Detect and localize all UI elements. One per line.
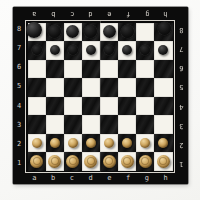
square-c3[interactable] [64, 115, 82, 134]
file-label: f [119, 173, 138, 184]
file-label: g [138, 7, 157, 20]
rank-label: 1 [13, 154, 25, 173]
square-a2[interactable] [28, 134, 46, 153]
piece-white-knight[interactable] [48, 155, 61, 168]
file-label: c [63, 173, 82, 184]
file-label: h [156, 173, 175, 184]
piece-black-pawn[interactable] [140, 45, 150, 55]
square-a8[interactable] [28, 23, 46, 42]
square-a1[interactable] [28, 152, 46, 171]
square-d4[interactable] [82, 97, 100, 116]
square-c5[interactable] [64, 78, 82, 97]
square-f3[interactable] [118, 115, 136, 134]
piece-black-pawn[interactable] [32, 45, 42, 55]
piece-white-bishop[interactable] [66, 155, 79, 168]
rank-label: 7 [175, 39, 188, 58]
file-label: b [44, 173, 63, 184]
file-label: g [138, 173, 157, 184]
square-h6[interactable] [154, 60, 172, 79]
square-d2[interactable] [82, 134, 100, 153]
piece-white-pawn[interactable] [86, 138, 96, 148]
file-label: d [81, 7, 100, 20]
piece-white-pawn[interactable] [104, 138, 114, 148]
square-a7[interactable] [28, 41, 46, 60]
rank-labels-right: 87654321 [175, 20, 188, 173]
piece-white-rook[interactable] [157, 155, 170, 168]
piece-black-pawn[interactable] [122, 45, 132, 55]
piece-black-pawn[interactable] [158, 45, 168, 55]
file-label: f [119, 7, 138, 20]
square-g7[interactable] [136, 41, 154, 60]
rank-label: 1 [175, 154, 188, 173]
piece-white-knight[interactable] [139, 155, 152, 168]
piece-white-pawn[interactable] [68, 138, 78, 148]
piece-white-rook[interactable] [30, 155, 43, 168]
square-e3[interactable] [100, 115, 118, 134]
square-e8[interactable] [100, 23, 118, 42]
square-f1[interactable] [118, 152, 136, 171]
square-c6[interactable] [64, 60, 82, 79]
rank-label: 2 [13, 135, 25, 154]
square-d1[interactable] [82, 152, 100, 171]
rank-label: 5 [13, 77, 25, 96]
file-label: e [100, 7, 119, 20]
rank-label: 7 [13, 39, 25, 58]
rank-label: 2 [175, 135, 188, 154]
square-g4[interactable] [136, 97, 154, 116]
board-grid [28, 23, 173, 171]
square-b8[interactable] [46, 23, 64, 42]
square-b6[interactable] [46, 60, 64, 79]
file-labels-top: abcdefgh [25, 7, 175, 20]
piece-white-pawn[interactable] [32, 138, 42, 148]
file-label: b [44, 7, 63, 20]
piece-white-pawn[interactable] [140, 138, 150, 148]
square-b3[interactable] [46, 115, 64, 134]
file-label: a [25, 7, 44, 20]
square-h7[interactable] [154, 41, 172, 60]
piece-black-pawn[interactable] [50, 45, 60, 55]
piece-white-queen[interactable] [84, 155, 97, 168]
square-c4[interactable] [64, 97, 82, 116]
square-b4[interactable] [46, 97, 64, 116]
rank-label: 8 [13, 20, 25, 39]
square-c2[interactable] [64, 134, 82, 153]
rank-label: 5 [175, 77, 188, 96]
square-d7[interactable] [82, 41, 100, 60]
piece-white-bishop[interactable] [121, 155, 134, 168]
piece-black-bishop[interactable] [66, 25, 79, 38]
square-f5[interactable] [118, 78, 136, 97]
square-d3[interactable] [82, 115, 100, 134]
rank-label: 6 [13, 58, 25, 77]
square-c7[interactable] [64, 41, 82, 60]
square-g2[interactable] [136, 134, 154, 153]
rank-label: 3 [175, 116, 188, 135]
piece-white-pawn[interactable] [158, 138, 168, 148]
square-h5[interactable] [154, 78, 172, 97]
rank-label: 6 [175, 58, 188, 77]
square-h8[interactable] [154, 23, 172, 42]
square-g1[interactable] [136, 152, 154, 171]
square-a4[interactable] [28, 97, 46, 116]
square-f4[interactable] [118, 97, 136, 116]
square-e6[interactable] [100, 60, 118, 79]
piece-white-pawn[interactable] [122, 138, 132, 148]
piece-black-pawn[interactable] [104, 45, 114, 55]
piece-black-bishop[interactable] [121, 25, 134, 38]
file-labels-bottom: abcdefgh [25, 173, 175, 184]
square-f6[interactable] [118, 60, 136, 79]
board-playfield [25, 20, 175, 173]
square-e7[interactable] [100, 41, 118, 60]
square-c8[interactable] [64, 23, 82, 42]
square-e5[interactable] [100, 78, 118, 97]
file-label: e [100, 173, 119, 184]
square-a3[interactable] [28, 115, 46, 134]
square-g3[interactable] [136, 115, 154, 134]
photo-background: abcdefgh 87654321 87654321 abcdefgh [0, 0, 200, 200]
file-label: c [63, 7, 82, 20]
square-d5[interactable] [82, 78, 100, 97]
piece-black-knight[interactable] [48, 25, 61, 38]
piece-white-king[interactable] [103, 155, 116, 168]
piece-black-king[interactable] [103, 25, 116, 38]
square-f2[interactable] [118, 134, 136, 153]
square-a6[interactable] [28, 60, 46, 79]
piece-black-rook[interactable] [158, 22, 171, 35]
square-g6[interactable] [136, 60, 154, 79]
square-g5[interactable] [136, 78, 154, 97]
file-label: h [156, 7, 175, 20]
square-d6[interactable] [82, 60, 100, 79]
square-b2[interactable] [46, 134, 64, 153]
square-h4[interactable] [154, 97, 172, 116]
square-b5[interactable] [46, 78, 64, 97]
square-e2[interactable] [100, 134, 118, 153]
piece-black-rook[interactable] [26, 22, 42, 38]
square-e1[interactable] [100, 152, 118, 171]
square-f7[interactable] [118, 41, 136, 60]
square-b7[interactable] [46, 41, 64, 60]
rank-label: 3 [13, 116, 25, 135]
square-h3[interactable] [154, 115, 172, 134]
square-f8[interactable] [118, 23, 136, 42]
piece-black-pawn[interactable] [68, 45, 78, 55]
file-label: a [25, 173, 44, 184]
rank-label: 4 [13, 97, 25, 116]
square-g8[interactable] [136, 23, 154, 42]
square-c1[interactable] [64, 152, 82, 171]
piece-black-pawn[interactable] [86, 45, 96, 55]
piece-white-pawn[interactable] [50, 138, 60, 148]
rank-label: 8 [175, 20, 188, 39]
rank-labels-left: 87654321 [13, 20, 25, 173]
piece-black-queen[interactable] [84, 25, 97, 38]
square-d8[interactable] [82, 23, 100, 42]
square-e4[interactable] [100, 97, 118, 116]
square-b1[interactable] [46, 152, 64, 171]
square-a5[interactable] [28, 78, 46, 97]
square-h1[interactable] [154, 152, 172, 171]
square-h2[interactable] [154, 134, 172, 153]
rank-label: 4 [175, 97, 188, 116]
file-label: d [81, 173, 100, 184]
chess-board: abcdefgh 87654321 87654321 abcdefgh [13, 7, 188, 184]
